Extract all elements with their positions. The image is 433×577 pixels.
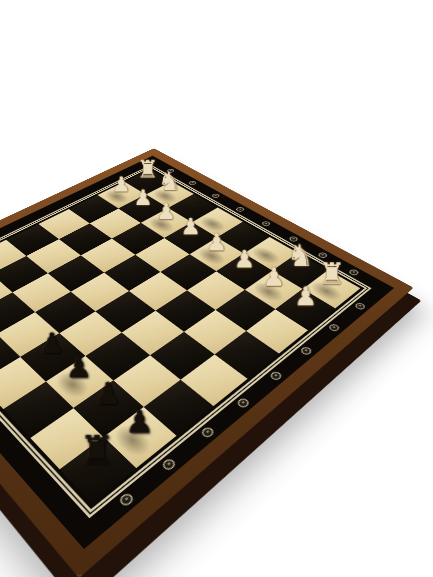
pawn-glyph: ♟ (66, 352, 92, 381)
knight-glyph: ♞ (287, 240, 314, 270)
pawn-glyph: ♟ (40, 329, 65, 357)
pawn-glyph: ♟ (112, 174, 131, 195)
border-ring-marker (327, 323, 341, 333)
pawn-glyph: ♟ (134, 187, 153, 208)
scene: ♜♞♝♛♚♝♞♜♟♟♟♟♟♟♟♟♟♟♟♟♜ (0, 0, 433, 577)
board-wood-frame: ♜♞♝♛♚♝♞♜♟♟♟♟♟♟♟♟♟♟♟♟♜ (0, 148, 414, 577)
border-ring-marker (118, 492, 135, 508)
border-double-line: ♜♞♝♛♚♝♞♜♟♟♟♟♟♟♟♟♟♟♟♟♜ (0, 165, 372, 519)
pawn-glyph: ♟ (125, 405, 153, 437)
board-border-band: ♜♞♝♛♚♝♞♜♟♟♟♟♟♟♟♟♟♟♟♟♜ (0, 156, 394, 549)
pawn-glyph: ♟ (156, 200, 176, 222)
pawn-glyph: ♟ (263, 264, 285, 289)
border-ring-marker (200, 426, 216, 439)
knight-glyph: ♞ (158, 168, 181, 194)
pawn-glyph: ♟ (180, 215, 200, 238)
rook-glyph: ♜ (80, 430, 115, 470)
border-ring-marker (299, 346, 313, 356)
border-ring-marker (236, 397, 251, 409)
chess-board: ♜♞♝♛♚♝♞♜♟♟♟♟♟♟♟♟♟♟♟♟♜ (0, 148, 414, 577)
rook-glyph: ♜ (137, 157, 159, 181)
pawn-glyph: ♟ (95, 378, 122, 408)
pawn-glyph: ♟ (234, 247, 256, 271)
king-glyph: ♚ (226, 198, 261, 237)
rook-glyph: ♜ (318, 259, 345, 289)
board-field: ♜♞♝♛♚♝♞♜♟♟♟♟♟♟♟♟♟♟♟♟♜ (0, 169, 360, 503)
square-f3[interactable] (187, 271, 245, 310)
bishop-glyph: ♝ (257, 222, 285, 253)
border-ring-marker (161, 457, 178, 471)
photo-background: ♜♞♝♛♚♝♞♜♟♟♟♟♟♟♟♟♟♟♟♟♜ (0, 0, 433, 577)
pawn-glyph: ♟ (206, 230, 227, 253)
border-ring-marker (354, 302, 367, 311)
pawn-glyph: ♟ (294, 283, 317, 309)
border-ring-marker (269, 370, 284, 381)
